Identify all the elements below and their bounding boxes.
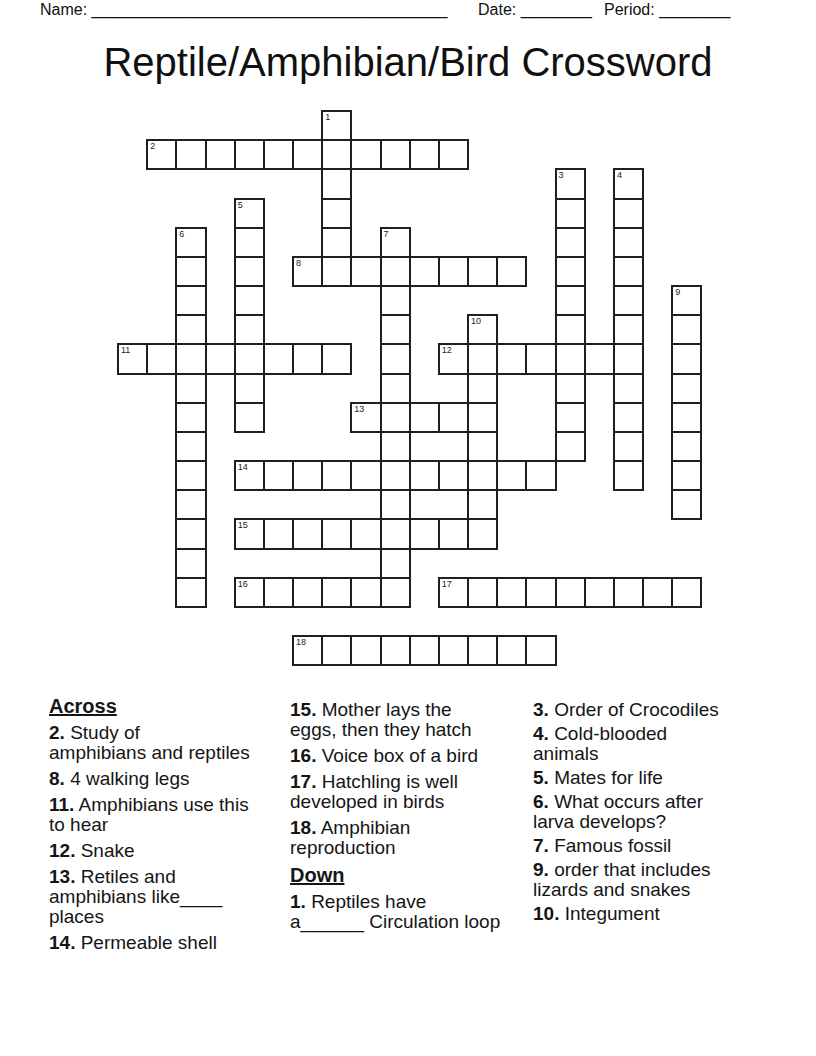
grid-cell-r18c11[interactable] (438, 635, 469, 666)
grid-cell-r18c14[interactable] (525, 635, 556, 666)
clue-item-14: 14. Permeable shell (49, 933, 289, 953)
grid-cell-r5c6[interactable]: 8 (292, 256, 323, 287)
grid-cell-r5c9[interactable] (380, 256, 411, 287)
name-field: Name: __________________________________… (40, 1, 448, 19)
period-field: Period: ________ (604, 1, 730, 19)
grid-cell-r12c8[interactable] (350, 460, 381, 491)
grid-cell-r1c3[interactable] (205, 139, 236, 170)
grid-cell-r14c11[interactable] (438, 518, 469, 549)
grid-cell-r4c17[interactable] (613, 227, 644, 258)
grid-cell-r14c6[interactable] (292, 518, 323, 549)
grid-cell-r11c17[interactable] (613, 431, 644, 462)
date-field-label: Date: (478, 1, 516, 18)
grid-cell-r2c7[interactable] (321, 168, 352, 199)
grid-cell-r1c10[interactable] (409, 139, 440, 170)
clue-number: 3. (533, 699, 549, 720)
grid-cell-r8c12[interactable] (467, 343, 498, 374)
clue-number: 2. (49, 722, 65, 743)
grid-cell-r14c9[interactable] (380, 518, 411, 549)
clue-item-18: 18. Amphibianreproduction (290, 818, 530, 858)
grid-cell-r8c7[interactable] (321, 343, 352, 374)
grid-cell-r6c15[interactable] (555, 285, 586, 316)
grid-cell-r3c15[interactable] (555, 198, 586, 229)
grid-cell-r8c14[interactable] (525, 343, 556, 374)
clue-number-label-1: 1 (325, 112, 330, 122)
grid-cell-r8c6[interactable] (292, 343, 323, 374)
grid-cell-r11c9[interactable] (380, 431, 411, 462)
clue-item-7: 7. Famous fossil (533, 836, 773, 856)
grid-cell-r4c15[interactable] (555, 227, 586, 258)
clue-item-10: 10. Integument (533, 904, 773, 924)
grid-cell-r0c7[interactable]: 1 (321, 110, 352, 141)
clue-text-line: 17. Hatchling is well (290, 772, 530, 792)
grid-cell-r16c8[interactable] (350, 577, 381, 608)
grid-cell-r1c2[interactable] (175, 139, 206, 170)
date-blank-line: ________ (521, 1, 592, 18)
clue-text-line: 14. Permeable shell (49, 933, 289, 953)
grid-cell-r12c7[interactable] (321, 460, 352, 491)
clue-number-label-14: 14 (238, 462, 248, 472)
grid-cell-r6c2[interactable] (175, 285, 206, 316)
clue-number-label-15: 15 (238, 520, 248, 530)
grid-cell-r12c19[interactable] (671, 460, 702, 491)
grid-cell-r16c16[interactable] (584, 577, 615, 608)
clue-item-4: 4. Cold-bloodedanimals (533, 724, 773, 764)
clue-text-line: animals (533, 744, 773, 764)
clue-number-label-10: 10 (471, 316, 481, 326)
clue-text-line: amphibians like____ (49, 887, 289, 907)
clue-number: 5. (533, 767, 549, 788)
grid-cell-r12c6[interactable] (292, 460, 323, 491)
grid-cell-r18c12[interactable] (467, 635, 498, 666)
clue-number-label-4: 4 (617, 170, 622, 180)
clue-text-line: 3. Order of Crocodiles (533, 700, 773, 720)
grid-cell-r5c2[interactable] (175, 256, 206, 287)
grid-cell-r10c10[interactable] (409, 402, 440, 433)
grid-cell-r8c3[interactable] (205, 343, 236, 374)
clue-number: 13. (49, 866, 75, 887)
grid-cell-r1c1[interactable]: 2 (146, 139, 177, 170)
grid-cell-r14c4[interactable]: 15 (234, 518, 265, 549)
grid-cell-r18c8[interactable] (350, 635, 381, 666)
grid-cell-r16c12[interactable] (467, 577, 498, 608)
grid-cell-r13c12[interactable] (467, 489, 498, 520)
grid-cell-r16c18[interactable] (642, 577, 673, 608)
clue-number-label-2: 2 (150, 141, 155, 151)
name-blank-line: ________________________________________ (92, 1, 448, 18)
grid-cell-r3c7[interactable] (321, 198, 352, 229)
clue-text-line: 7. Famous fossil (533, 836, 773, 856)
grid-cell-r9c19[interactable] (671, 373, 702, 404)
grid-cell-r1c5[interactable] (263, 139, 294, 170)
grid-cell-r16c9[interactable] (380, 577, 411, 608)
clue-number: 8. (49, 768, 65, 789)
clue-text-line: 5. Mates for life (533, 768, 773, 788)
grid-cell-r16c6[interactable] (292, 577, 323, 608)
clue-text-line: eggs, then they hatch (290, 720, 530, 740)
clue-item-1: 1. Reptiles havea______ Circulation loop (290, 892, 530, 932)
grid-cell-r10c12[interactable] (467, 402, 498, 433)
grid-cell-r4c2[interactable]: 6 (175, 227, 206, 258)
grid-cell-r9c4[interactable] (234, 373, 265, 404)
grid-cell-r10c8[interactable]: 13 (350, 402, 381, 433)
grid-cell-r15c2[interactable] (175, 548, 206, 579)
grid-cell-r8c11[interactable]: 12 (438, 343, 469, 374)
grid-cell-r18c9[interactable] (380, 635, 411, 666)
grid-cell-r4c7[interactable] (321, 227, 352, 258)
grid-cell-r11c19[interactable] (671, 431, 702, 462)
grid-cell-r8c2[interactable] (175, 343, 206, 374)
grid-cell-r16c17[interactable] (613, 577, 644, 608)
grid-cell-r8c9[interactable] (380, 343, 411, 374)
name-field-label: Name: (40, 1, 87, 18)
clue-text-line: 4. Cold-blooded (533, 724, 773, 744)
clue-number-label-11: 11 (121, 345, 130, 355)
grid-cell-r9c12[interactable] (467, 373, 498, 404)
clue-item-9: 9. order that includeslizards and snakes (533, 860, 773, 900)
clue-number-label-12: 12 (442, 345, 452, 355)
grid-cell-r12c10[interactable] (409, 460, 440, 491)
clue-text-line: reproduction (290, 838, 530, 858)
grid-cell-r11c12[interactable] (467, 431, 498, 462)
clue-item-3: 3. Order of Crocodiles (533, 700, 773, 720)
grid-cell-r7c17[interactable] (613, 314, 644, 345)
grid-cell-r14c12[interactable] (467, 518, 498, 549)
grid-cell-r16c19[interactable] (671, 577, 702, 608)
grid-cell-r5c15[interactable] (555, 256, 586, 287)
clue-item-12: 12. Snake (49, 841, 289, 861)
grid-cell-r5c11[interactable] (438, 256, 469, 287)
grid-cell-r7c19[interactable] (671, 314, 702, 345)
grid-cell-r15c9[interactable] (380, 548, 411, 579)
clue-number: 15. (290, 699, 316, 720)
clue-number: 14. (49, 932, 75, 953)
clue-number-label-3: 3 (559, 170, 564, 180)
clue-item-13: 13. Retiles andamphibians like____places (49, 867, 289, 927)
clue-number-label-13: 13 (354, 404, 364, 414)
grid-cell-r1c9[interactable] (380, 139, 411, 170)
clue-text-line: 9. order that includes (533, 860, 773, 880)
grid-cell-r14c2[interactable] (175, 518, 206, 549)
grid-cell-r1c6[interactable] (292, 139, 323, 170)
clue-text-line: lizards and snakes (533, 880, 773, 900)
grid-cell-r6c9[interactable] (380, 285, 411, 316)
grid-cell-r5c7[interactable] (321, 256, 352, 287)
grid-cell-r8c1[interactable] (146, 343, 177, 374)
grid-cell-r10c19[interactable] (671, 402, 702, 433)
grid-cell-r3c17[interactable] (613, 198, 644, 229)
clue-item-8: 8. 4 walking legs (49, 769, 289, 789)
clue-text-line: 10. Integument (533, 904, 773, 924)
grid-cell-r16c15[interactable] (555, 577, 586, 608)
grid-cell-r12c17[interactable] (613, 460, 644, 491)
grid-cell-r16c5[interactable] (263, 577, 294, 608)
clue-item-5: 5. Mates for life (533, 768, 773, 788)
clue-number-label-16: 16 (238, 579, 248, 589)
clue-text-line: to hear (49, 815, 289, 835)
clue-item-6: 6. What occurs afterlarva develops? (533, 792, 773, 832)
grid-cell-r8c17[interactable] (613, 343, 644, 374)
grid-cell-r7c15[interactable] (555, 314, 586, 345)
clue-number: 12. (49, 840, 75, 861)
clue-column-middle: 15. Mother lays theeggs, then they hatch… (290, 695, 530, 938)
grid-cell-r12c9[interactable] (380, 460, 411, 491)
clue-number-label-18: 18 (296, 637, 306, 647)
clue-section-header-down: Down (290, 864, 530, 887)
grid-cell-r6c19[interactable]: 9 (671, 285, 702, 316)
grid-cell-r10c15[interactable] (555, 402, 586, 433)
grid-cell-r16c4[interactable]: 16 (234, 577, 265, 608)
clue-number-label-17: 17 (442, 579, 452, 589)
grid-cell-r18c10[interactable] (409, 635, 440, 666)
grid-cell-r4c9[interactable]: 7 (380, 227, 411, 258)
clue-text-line: 1. Reptiles have (290, 892, 530, 912)
grid-cell-r12c2[interactable] (175, 460, 206, 491)
grid-cell-r12c4[interactable]: 14 (234, 460, 265, 491)
grid-cell-r10c11[interactable] (438, 402, 469, 433)
grid-cell-r9c2[interactable] (175, 373, 206, 404)
crossword-grid: 123456789101112131415161718 (117, 110, 703, 667)
clue-text-line: places (49, 907, 289, 927)
clue-text-line: a______ Circulation loop (290, 912, 530, 932)
clue-number: 4. (533, 723, 549, 744)
grid-cell-r8c19[interactable] (671, 343, 702, 374)
clue-number: 10. (533, 903, 559, 924)
grid-cell-r14c8[interactable] (350, 518, 381, 549)
grid-cell-r5c10[interactable] (409, 256, 440, 287)
grid-cell-r9c17[interactable] (613, 373, 644, 404)
date-field: Date: ________ (478, 1, 592, 19)
grid-cell-r6c17[interactable] (613, 285, 644, 316)
clue-number: 11. (49, 794, 74, 815)
clue-number: 9. (533, 859, 549, 880)
grid-cell-r10c2[interactable] (175, 402, 206, 433)
grid-cell-r16c7[interactable] (321, 577, 352, 608)
grid-cell-r2c17[interactable]: 4 (613, 168, 644, 199)
grid-cell-r12c12[interactable] (467, 460, 498, 491)
grid-cell-r8c15[interactable] (555, 343, 586, 374)
crossword-worksheet: Name: __________________________________… (0, 0, 816, 1056)
clue-number: 17. (290, 771, 316, 792)
grid-cell-r8c16[interactable] (584, 343, 615, 374)
clue-item-16: 16. Voice box of a bird (290, 746, 530, 766)
clue-text-line: 12. Snake (49, 841, 289, 861)
grid-cell-r8c13[interactable] (496, 343, 527, 374)
grid-cell-r5c12[interactable] (467, 256, 498, 287)
grid-cell-r14c7[interactable] (321, 518, 352, 549)
clue-text-line: 6. What occurs after (533, 792, 773, 812)
grid-cell-r5c17[interactable] (613, 256, 644, 287)
clue-text-line: 18. Amphibian (290, 818, 530, 838)
clue-text-line: developed in birds (290, 792, 530, 812)
grid-cell-r16c11[interactable]: 17 (438, 577, 469, 608)
grid-cell-r7c9[interactable] (380, 314, 411, 345)
grid-cell-r13c19[interactable] (671, 489, 702, 520)
grid-cell-r16c14[interactable] (525, 577, 556, 608)
clue-column-down: 3. Order of Crocodiles4. Cold-bloodedani… (533, 695, 773, 928)
period-blank-line: ________ (659, 1, 730, 18)
grid-cell-r12c13[interactable] (496, 460, 527, 491)
grid-cell-r1c7[interactable] (321, 139, 352, 170)
grid-cell-r9c9[interactable] (380, 373, 411, 404)
period-field-label: Period: (604, 1, 655, 18)
clue-text-line: larva develops? (533, 812, 773, 832)
grid-cell-r10c17[interactable] (613, 402, 644, 433)
grid-cell-r7c12[interactable]: 10 (467, 314, 498, 345)
clue-text-line: amphibians and reptiles (49, 743, 289, 763)
puzzle-title: Reptile/Amphibian/Bird Crossword (0, 40, 816, 85)
clue-column-across: Across2. Study ofamphibians and reptiles… (49, 695, 289, 959)
grid-cell-r18c13[interactable] (496, 635, 527, 666)
clue-number-label-9: 9 (675, 287, 680, 297)
clue-number: 16. (290, 745, 316, 766)
grid-cell-r12c11[interactable] (438, 460, 469, 491)
clue-number-label-7: 7 (384, 229, 389, 239)
grid-cell-r8c5[interactable] (263, 343, 294, 374)
clue-number: 7. (533, 835, 549, 856)
clue-text-line: 16. Voice box of a bird (290, 746, 530, 766)
clue-number-label-6: 6 (179, 229, 184, 239)
clue-item-15: 15. Mother lays theeggs, then they hatch (290, 700, 530, 740)
grid-cell-r11c2[interactable] (175, 431, 206, 462)
grid-cell-r7c2[interactable] (175, 314, 206, 345)
clue-item-17: 17. Hatchling is welldeveloped in birds (290, 772, 530, 812)
grid-cell-r5c4[interactable] (234, 256, 265, 287)
grid-cell-r16c2[interactable] (175, 577, 206, 608)
grid-cell-r14c5[interactable] (263, 518, 294, 549)
clue-text-line: 13. Retiles and (49, 867, 289, 887)
grid-cell-r3c4[interactable]: 5 (234, 198, 265, 229)
grid-cell-r10c9[interactable] (380, 402, 411, 433)
clue-text-line: 2. Study of (49, 723, 289, 743)
grid-cell-r8c4[interactable] (234, 343, 265, 374)
grid-cell-r14c10[interactable] (409, 518, 440, 549)
grid-cell-r12c5[interactable] (263, 460, 294, 491)
clue-number: 18. (290, 817, 316, 838)
grid-cell-r18c7[interactable] (321, 635, 352, 666)
grid-cell-r10c4[interactable] (234, 402, 265, 433)
grid-cell-r5c8[interactable] (350, 256, 381, 287)
grid-cell-r2c15[interactable]: 3 (555, 168, 586, 199)
grid-cell-r13c2[interactable] (175, 489, 206, 520)
grid-cell-r9c15[interactable] (555, 373, 586, 404)
grid-cell-r4c4[interactable] (234, 227, 265, 258)
grid-cell-r1c8[interactable] (350, 139, 381, 170)
clue-number-label-5: 5 (238, 200, 243, 210)
grid-cell-r1c11[interactable] (438, 139, 469, 170)
clue-item-2: 2. Study ofamphibians and reptiles (49, 723, 289, 763)
grid-cell-r13c9[interactable] (380, 489, 411, 520)
grid-cell-r5c13[interactable] (496, 256, 527, 287)
grid-cell-r12c14[interactable] (525, 460, 556, 491)
grid-cell-r6c4[interactable] (234, 285, 265, 316)
clue-text-line: 15. Mother lays the (290, 700, 530, 720)
clue-item-11: 11. Amphibians use thisto hear (49, 795, 289, 835)
grid-cell-r18c6[interactable]: 18 (292, 635, 323, 666)
grid-cell-r7c4[interactable] (234, 314, 265, 345)
clue-section-header-across: Across (49, 695, 289, 718)
clue-number-label-8: 8 (296, 258, 301, 268)
grid-cell-r1c4[interactable] (234, 139, 265, 170)
clue-text-line: 11. Amphibians use this (49, 795, 289, 815)
clue-number: 1. (290, 891, 306, 912)
clue-text-line: 8. 4 walking legs (49, 769, 289, 789)
clue-number: 6. (533, 791, 549, 812)
grid-cell-r11c15[interactable] (555, 431, 586, 462)
grid-cell-r16c13[interactable] (496, 577, 527, 608)
grid-cell-r8c0[interactable]: 11 (117, 343, 148, 374)
